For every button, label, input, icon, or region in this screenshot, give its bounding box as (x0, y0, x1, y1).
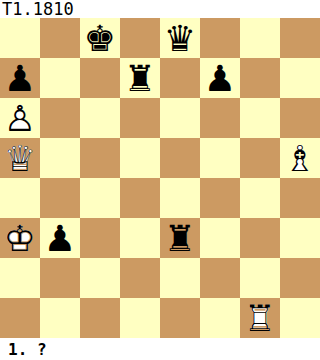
square-b8[interactable] (40, 18, 80, 58)
square-d3[interactable] (120, 218, 160, 258)
piece-white-bishop: ♗ (280, 138, 320, 178)
square-c4[interactable] (80, 178, 120, 218)
square-h8[interactable] (280, 18, 320, 58)
piece-black-pawn: ♟ (200, 58, 240, 98)
square-f1[interactable] (200, 298, 240, 338)
piece-black-king: ♚ (80, 18, 120, 58)
square-h5[interactable]: ♝♗ (280, 138, 320, 178)
square-a1[interactable] (0, 298, 40, 338)
piece-white-king-fill: ♚ (0, 218, 40, 258)
square-a6[interactable]: ♟♙ (0, 98, 40, 138)
square-d5[interactable] (120, 138, 160, 178)
square-g6[interactable] (240, 98, 280, 138)
square-c2[interactable] (80, 258, 120, 298)
piece-white-queen-fill: ♛ (0, 138, 40, 178)
piece-white-pawn-fill: ♟ (0, 98, 40, 138)
square-e4[interactable] (160, 178, 200, 218)
square-b1[interactable] (40, 298, 80, 338)
square-f8[interactable] (200, 18, 240, 58)
square-h6[interactable] (280, 98, 320, 138)
square-d8[interactable] (120, 18, 160, 58)
move-prompt: 1. ? (0, 338, 320, 360)
square-d7[interactable]: ♜ (120, 58, 160, 98)
piece-white-queen: ♕ (0, 138, 40, 178)
square-e7[interactable] (160, 58, 200, 98)
square-c1[interactable] (80, 298, 120, 338)
square-g2[interactable] (240, 258, 280, 298)
square-b3[interactable]: ♟ (40, 218, 80, 258)
piece-black-queen: ♛ (160, 18, 200, 58)
square-f4[interactable] (200, 178, 240, 218)
square-g3[interactable] (240, 218, 280, 258)
piece-black-rook: ♜ (160, 218, 200, 258)
square-e2[interactable] (160, 258, 200, 298)
piece-black-pawn: ♟ (0, 58, 40, 98)
square-g1[interactable]: ♜♖ (240, 298, 280, 338)
square-c3[interactable] (80, 218, 120, 258)
square-c7[interactable] (80, 58, 120, 98)
square-c5[interactable] (80, 138, 120, 178)
square-a3[interactable]: ♚♔ (0, 218, 40, 258)
square-e6[interactable] (160, 98, 200, 138)
square-g5[interactable] (240, 138, 280, 178)
piece-white-bishop-fill: ♝ (280, 138, 320, 178)
square-e5[interactable] (160, 138, 200, 178)
square-a4[interactable] (0, 178, 40, 218)
square-a8[interactable] (0, 18, 40, 58)
square-b5[interactable] (40, 138, 80, 178)
square-h7[interactable] (280, 58, 320, 98)
chess-board: ♚♛♟♜♟♟♙♛♕♝♗♚♔♟♜♜♖ (0, 18, 320, 338)
square-h3[interactable] (280, 218, 320, 258)
piece-black-rook: ♜ (120, 58, 160, 98)
square-d4[interactable] (120, 178, 160, 218)
square-h1[interactable] (280, 298, 320, 338)
square-f2[interactable] (200, 258, 240, 298)
square-e1[interactable] (160, 298, 200, 338)
piece-white-rook-fill: ♜ (240, 298, 280, 338)
square-f7[interactable]: ♟ (200, 58, 240, 98)
square-e8[interactable]: ♛ (160, 18, 200, 58)
square-g8[interactable] (240, 18, 280, 58)
square-h2[interactable] (280, 258, 320, 298)
square-c8[interactable]: ♚ (80, 18, 120, 58)
square-g7[interactable] (240, 58, 280, 98)
square-b6[interactable] (40, 98, 80, 138)
piece-white-pawn: ♙ (0, 98, 40, 138)
square-b7[interactable] (40, 58, 80, 98)
square-g4[interactable] (240, 178, 280, 218)
piece-white-rook: ♖ (240, 298, 280, 338)
square-h4[interactable] (280, 178, 320, 218)
square-b4[interactable] (40, 178, 80, 218)
square-a7[interactable]: ♟ (0, 58, 40, 98)
square-a5[interactable]: ♛♕ (0, 138, 40, 178)
square-d1[interactable] (120, 298, 160, 338)
square-e3[interactable]: ♜ (160, 218, 200, 258)
puzzle-title: T1.1810 (0, 0, 320, 18)
square-b2[interactable] (40, 258, 80, 298)
square-f5[interactable] (200, 138, 240, 178)
square-f6[interactable] (200, 98, 240, 138)
square-d2[interactable] (120, 258, 160, 298)
square-f3[interactable] (200, 218, 240, 258)
square-d6[interactable] (120, 98, 160, 138)
square-c6[interactable] (80, 98, 120, 138)
square-a2[interactable] (0, 258, 40, 298)
piece-white-king: ♔ (0, 218, 40, 258)
piece-black-pawn: ♟ (40, 218, 80, 258)
